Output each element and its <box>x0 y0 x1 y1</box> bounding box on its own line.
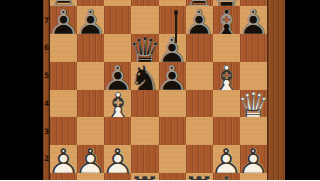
square-e2[interactable] <box>159 145 186 173</box>
square-g3[interactable] <box>213 117 240 145</box>
square-b3[interactable] <box>77 117 104 145</box>
square-c7[interactable] <box>104 6 131 34</box>
square-a6[interactable] <box>50 34 77 62</box>
rank-label-7: 7 <box>43 6 50 34</box>
rank-label-2: 2 <box>43 145 50 173</box>
square-d5[interactable]: ♞♘ <box>131 62 158 90</box>
square-f1[interactable]: ♜♖ <box>186 173 213 180</box>
square-g2[interactable]: ♟♙ <box>213 145 240 173</box>
white-king-g1: ♚♔ <box>210 172 243 181</box>
square-e5[interactable]: ♟♙ <box>159 62 186 90</box>
square-c1[interactable] <box>104 173 131 180</box>
square-h3[interactable] <box>240 117 267 145</box>
square-c4[interactable]: ♝♗ <box>104 90 131 118</box>
square-e1[interactable] <box>159 173 186 180</box>
square-h2[interactable]: ♟♙ <box>240 145 267 173</box>
chess-board: ♜♖♜♖♚♔♟♙♟♙♟♙♝♗♟♙♛♕♟♙♟♙♞♘♟♙♝♗♝♗♛♕♟♙♟♙♟♙♟♙… <box>43 0 285 180</box>
square-d6[interactable]: ♛♕ <box>131 34 158 62</box>
square-b2[interactable]: ♟♙ <box>77 145 104 173</box>
square-d4[interactable] <box>131 90 158 118</box>
square-g5[interactable]: ♝♗ <box>213 62 240 90</box>
square-a4[interactable] <box>50 90 77 118</box>
board-squares: ♜♖♜♖♚♔♟♙♟♙♟♙♝♗♟♙♛♕♟♙♟♙♞♘♟♙♝♗♝♗♛♕♟♙♟♙♟♙♟♙… <box>50 0 267 180</box>
square-b6[interactable] <box>77 34 104 62</box>
square-a7[interactable]: ♟♙ <box>50 6 77 34</box>
white-rook-f1: ♜♖ <box>183 172 216 181</box>
square-a1[interactable] <box>50 173 77 180</box>
square-f2[interactable] <box>186 145 213 173</box>
square-b7[interactable]: ♟♙ <box>77 6 104 34</box>
square-a2[interactable]: ♟♙ <box>50 145 77 173</box>
square-h6[interactable] <box>240 34 267 62</box>
square-f5[interactable] <box>186 62 213 90</box>
square-c5[interactable]: ♟♙ <box>104 62 131 90</box>
square-c3[interactable] <box>104 117 131 145</box>
square-a3[interactable] <box>50 117 77 145</box>
square-f4[interactable] <box>186 90 213 118</box>
square-c2[interactable]: ♟♙ <box>104 145 131 173</box>
board-frame-right <box>267 0 285 180</box>
square-e3[interactable] <box>159 117 186 145</box>
square-g6[interactable] <box>213 34 240 62</box>
square-c6[interactable] <box>104 34 131 62</box>
rank-label-4: 4 <box>43 90 50 118</box>
square-e7[interactable] <box>159 6 186 34</box>
square-d7[interactable] <box>131 6 158 34</box>
square-b4[interactable] <box>77 90 104 118</box>
square-h7[interactable]: ♟♙ <box>240 6 267 34</box>
square-f7[interactable]: ♟♙ <box>186 6 213 34</box>
square-g7[interactable]: ♝♗ <box>213 6 240 34</box>
square-e4[interactable] <box>159 90 186 118</box>
video-frame: ♜♖♜♖♚♔♟♙♟♙♟♙♝♗♟♙♛♕♟♙♟♙♞♘♟♙♝♗♝♗♛♕♟♙♟♙♟♙♟♙… <box>0 0 320 180</box>
square-g4[interactable] <box>213 90 240 118</box>
square-g1[interactable]: ♚♔ <box>213 173 240 180</box>
square-f3[interactable] <box>186 117 213 145</box>
square-d2[interactable] <box>131 145 158 173</box>
square-f6[interactable] <box>186 34 213 62</box>
square-d3[interactable] <box>131 117 158 145</box>
rank-label-6: 6 <box>43 34 50 62</box>
square-b1[interactable] <box>77 173 104 180</box>
square-h5[interactable] <box>240 62 267 90</box>
square-e6[interactable]: ♟♙ <box>159 34 186 62</box>
rank-label-5: 5 <box>43 62 50 90</box>
square-h1[interactable] <box>240 173 267 180</box>
white-rook-d1: ♜♖ <box>128 172 161 181</box>
square-b5[interactable] <box>77 62 104 90</box>
rank-label-3: 3 <box>43 117 50 145</box>
square-h4[interactable]: ♛♕ <box>240 90 267 118</box>
square-a5[interactable] <box>50 62 77 90</box>
square-d1[interactable]: ♜♖ <box>131 173 158 180</box>
